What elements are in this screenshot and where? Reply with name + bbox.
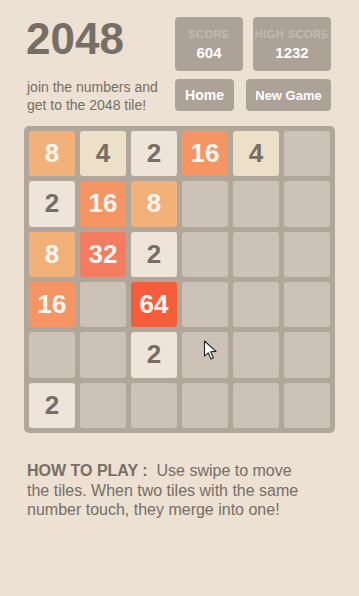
tile-4: 4 bbox=[233, 131, 279, 176]
tile-32: 32 bbox=[80, 232, 126, 277]
empty-cell bbox=[284, 131, 330, 176]
tile-16: 16 bbox=[80, 181, 126, 226]
home-button[interactable]: Home bbox=[175, 79, 234, 111]
empty-cell bbox=[80, 383, 126, 428]
empty-cell bbox=[80, 332, 126, 377]
empty-cell bbox=[29, 332, 75, 377]
score-box: SCORE 604 bbox=[175, 17, 243, 71]
how-to-play-label: HOW TO PLAY : bbox=[27, 462, 148, 479]
empty-cell bbox=[182, 181, 228, 226]
empty-cell bbox=[131, 383, 177, 428]
empty-cell bbox=[284, 232, 330, 277]
empty-cell bbox=[284, 181, 330, 226]
empty-cell bbox=[284, 383, 330, 428]
score-value: 604 bbox=[196, 44, 221, 61]
empty-cell bbox=[182, 232, 228, 277]
tile-64: 64 bbox=[131, 282, 177, 327]
tile-8: 8 bbox=[29, 232, 75, 277]
subtitle-line-2: get to the 2048 tile! bbox=[27, 97, 158, 115]
empty-cell bbox=[182, 383, 228, 428]
tile-16: 16 bbox=[182, 131, 228, 176]
high-score-value: 1232 bbox=[275, 44, 308, 61]
tile-4: 4 bbox=[80, 131, 126, 176]
subtitle: join the numbers and get to the 2048 til… bbox=[27, 79, 158, 114]
tile-8: 8 bbox=[131, 181, 177, 226]
how-to-play-line-3: number touch, they merge into one! bbox=[27, 500, 335, 520]
empty-cell bbox=[233, 383, 279, 428]
tile-2: 2 bbox=[131, 232, 177, 277]
empty-cell bbox=[284, 332, 330, 377]
page-title: 2048 bbox=[26, 14, 124, 64]
empty-cell bbox=[182, 282, 228, 327]
tile-2: 2 bbox=[29, 383, 75, 428]
high-score-box: HIGH SCORE 1232 bbox=[253, 17, 331, 71]
how-to-play-line-1: HOW TO PLAY : Use swipe to move bbox=[27, 461, 335, 481]
mouse-cursor-icon bbox=[203, 340, 217, 361]
new-game-button[interactable]: New Game bbox=[246, 79, 331, 111]
how-to-play-line-1-rest: Use swipe to move bbox=[148, 462, 292, 479]
empty-cell bbox=[233, 332, 279, 377]
empty-cell bbox=[233, 232, 279, 277]
empty-cell bbox=[233, 181, 279, 226]
tile-2: 2 bbox=[131, 332, 177, 377]
empty-cell bbox=[233, 282, 279, 327]
board-grid[interactable]: 84216421688322166422 bbox=[24, 126, 335, 433]
empty-cell bbox=[284, 282, 330, 327]
tile-16: 16 bbox=[29, 282, 75, 327]
how-to-play-text: HOW TO PLAY : Use swipe to move the tile… bbox=[27, 461, 335, 520]
how-to-play-line-2: the tiles. When two tiles with the same bbox=[27, 481, 335, 501]
empty-cell bbox=[80, 282, 126, 327]
subtitle-line-1: join the numbers and bbox=[27, 79, 158, 97]
tile-8: 8 bbox=[29, 131, 75, 176]
score-label: SCORE bbox=[188, 28, 230, 40]
tile-2: 2 bbox=[29, 181, 75, 226]
app-window: 2048 SCORE 604 HIGH SCORE 1232 join the … bbox=[0, 0, 359, 596]
high-score-label: HIGH SCORE bbox=[255, 28, 330, 40]
tile-2: 2 bbox=[131, 131, 177, 176]
